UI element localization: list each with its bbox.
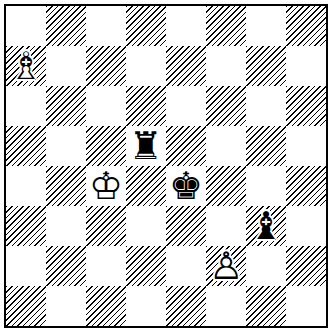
white-bishop-piece: ♝♗: [6, 46, 46, 86]
square-e5[interactable]: [166, 126, 206, 166]
square-c5[interactable]: [86, 126, 126, 166]
square-d2[interactable]: [126, 246, 166, 286]
square-e7[interactable]: [166, 46, 206, 86]
square-f8[interactable]: [206, 6, 246, 46]
square-c1[interactable]: [86, 286, 126, 326]
square-b6[interactable]: [46, 86, 86, 126]
square-f2[interactable]: ♟♙: [206, 246, 246, 286]
white-pawn-icon: ♙: [206, 246, 246, 286]
square-g3[interactable]: ♝♝: [246, 206, 286, 246]
square-e6[interactable]: [166, 86, 206, 126]
square-h4[interactable]: [286, 166, 326, 206]
square-a7[interactable]: ♝♗: [6, 46, 46, 86]
square-h5[interactable]: [286, 126, 326, 166]
board-frame: ♝♗♜♜♚♔♚♚♝♝♟♙: [4, 4, 328, 328]
black-bishop-piece: ♝♝: [246, 206, 286, 246]
square-d1[interactable]: [126, 286, 166, 326]
square-g5[interactable]: [246, 126, 286, 166]
square-c8[interactable]: [86, 6, 126, 46]
white-pawn-piece: ♟♙: [206, 246, 246, 286]
square-d6[interactable]: [126, 86, 166, 126]
black-king-icon: ♚: [166, 166, 206, 206]
square-g7[interactable]: [246, 46, 286, 86]
black-bishop-icon: ♝: [246, 206, 286, 246]
square-c3[interactable]: [86, 206, 126, 246]
white-king-piece: ♚♔: [86, 166, 126, 206]
square-f4[interactable]: [206, 166, 246, 206]
black-king-piece: ♚♚: [166, 166, 206, 206]
square-h2[interactable]: [286, 246, 326, 286]
square-h8[interactable]: [286, 6, 326, 46]
chess-board: ♝♗♜♜♚♔♚♚♝♝♟♙: [6, 6, 326, 326]
black-rook-piece: ♜♜: [126, 126, 166, 166]
square-a6[interactable]: [6, 86, 46, 126]
square-c4[interactable]: ♚♔: [86, 166, 126, 206]
square-a1[interactable]: [6, 286, 46, 326]
square-f7[interactable]: [206, 46, 246, 86]
square-b7[interactable]: [46, 46, 86, 86]
square-e2[interactable]: [166, 246, 206, 286]
square-e3[interactable]: [166, 206, 206, 246]
square-f1[interactable]: [206, 286, 246, 326]
square-f5[interactable]: [206, 126, 246, 166]
square-a8[interactable]: [6, 6, 46, 46]
square-b3[interactable]: [46, 206, 86, 246]
square-f3[interactable]: [206, 206, 246, 246]
white-bishop-icon: ♗: [6, 46, 46, 86]
square-b1[interactable]: [46, 286, 86, 326]
square-g8[interactable]: [246, 6, 286, 46]
square-e4[interactable]: ♚♚: [166, 166, 206, 206]
square-d3[interactable]: [126, 206, 166, 246]
square-g6[interactable]: [246, 86, 286, 126]
square-a4[interactable]: [6, 166, 46, 206]
square-f6[interactable]: [206, 86, 246, 126]
square-h6[interactable]: [286, 86, 326, 126]
square-a2[interactable]: [6, 246, 46, 286]
square-a5[interactable]: [6, 126, 46, 166]
black-rook-icon: ♜: [126, 126, 166, 166]
square-g2[interactable]: [246, 246, 286, 286]
square-b2[interactable]: [46, 246, 86, 286]
square-d4[interactable]: [126, 166, 166, 206]
square-a3[interactable]: [6, 206, 46, 246]
square-d8[interactable]: [126, 6, 166, 46]
square-h1[interactable]: [286, 286, 326, 326]
square-g4[interactable]: [246, 166, 286, 206]
square-h7[interactable]: [286, 46, 326, 86]
square-c2[interactable]: [86, 246, 126, 286]
square-c7[interactable]: [86, 46, 126, 86]
square-d7[interactable]: [126, 46, 166, 86]
square-g1[interactable]: [246, 286, 286, 326]
square-d5[interactable]: ♜♜: [126, 126, 166, 166]
square-b8[interactable]: [46, 6, 86, 46]
white-king-icon: ♔: [86, 166, 126, 206]
square-h3[interactable]: [286, 206, 326, 246]
square-e1[interactable]: [166, 286, 206, 326]
square-c6[interactable]: [86, 86, 126, 126]
square-b5[interactable]: [46, 126, 86, 166]
square-e8[interactable]: [166, 6, 206, 46]
square-b4[interactable]: [46, 166, 86, 206]
